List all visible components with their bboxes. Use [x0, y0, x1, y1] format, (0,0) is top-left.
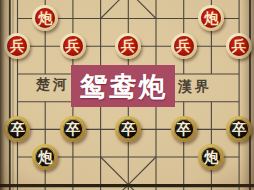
- piece-black-cannon[interactable]: 炮: [198, 144, 224, 170]
- piece-glyph: 卒: [174, 119, 194, 139]
- xiangqi-thumbnail: 楚河 漢界 炮炮兵兵兵兵兵卒卒卒卒卒炮炮 鸳鸯炮: [0, 0, 254, 190]
- piece-glyph: 卒: [118, 119, 138, 139]
- piece-black-soldier[interactable]: 卒: [171, 116, 197, 142]
- piece-red-soldier[interactable]: 兵: [115, 33, 141, 59]
- piece-glyph: 兵: [63, 36, 83, 56]
- piece-black-soldier[interactable]: 卒: [226, 116, 252, 142]
- piece-black-soldier[interactable]: 卒: [60, 116, 86, 142]
- piece-glyph: 卒: [229, 119, 249, 139]
- piece-red-soldier[interactable]: 兵: [171, 33, 197, 59]
- title-banner-text: 鸳鸯炮: [81, 73, 168, 100]
- piece-red-soldier[interactable]: 兵: [4, 33, 30, 59]
- piece-black-soldier[interactable]: 卒: [115, 116, 141, 142]
- piece-red-cannon[interactable]: 炮: [32, 5, 58, 31]
- piece-glyph: 炮: [201, 8, 221, 28]
- piece-glyph: 炮: [201, 147, 221, 167]
- piece-black-soldier[interactable]: 卒: [4, 116, 30, 142]
- piece-black-cannon[interactable]: 炮: [32, 144, 58, 170]
- piece-glyph: 卒: [63, 119, 83, 139]
- piece-glyph: 炮: [35, 147, 55, 167]
- piece-red-soldier[interactable]: 兵: [226, 33, 252, 59]
- piece-glyph: 兵: [229, 36, 249, 56]
- piece-glyph: 兵: [174, 36, 194, 56]
- piece-glyph: 兵: [7, 36, 27, 56]
- piece-red-cannon[interactable]: 炮: [198, 5, 224, 31]
- title-banner: 鸳鸯炮: [71, 65, 175, 107]
- piece-glyph: 卒: [7, 119, 27, 139]
- piece-glyph: 炮: [35, 8, 55, 28]
- piece-red-soldier[interactable]: 兵: [60, 33, 86, 59]
- piece-glyph: 兵: [118, 36, 138, 56]
